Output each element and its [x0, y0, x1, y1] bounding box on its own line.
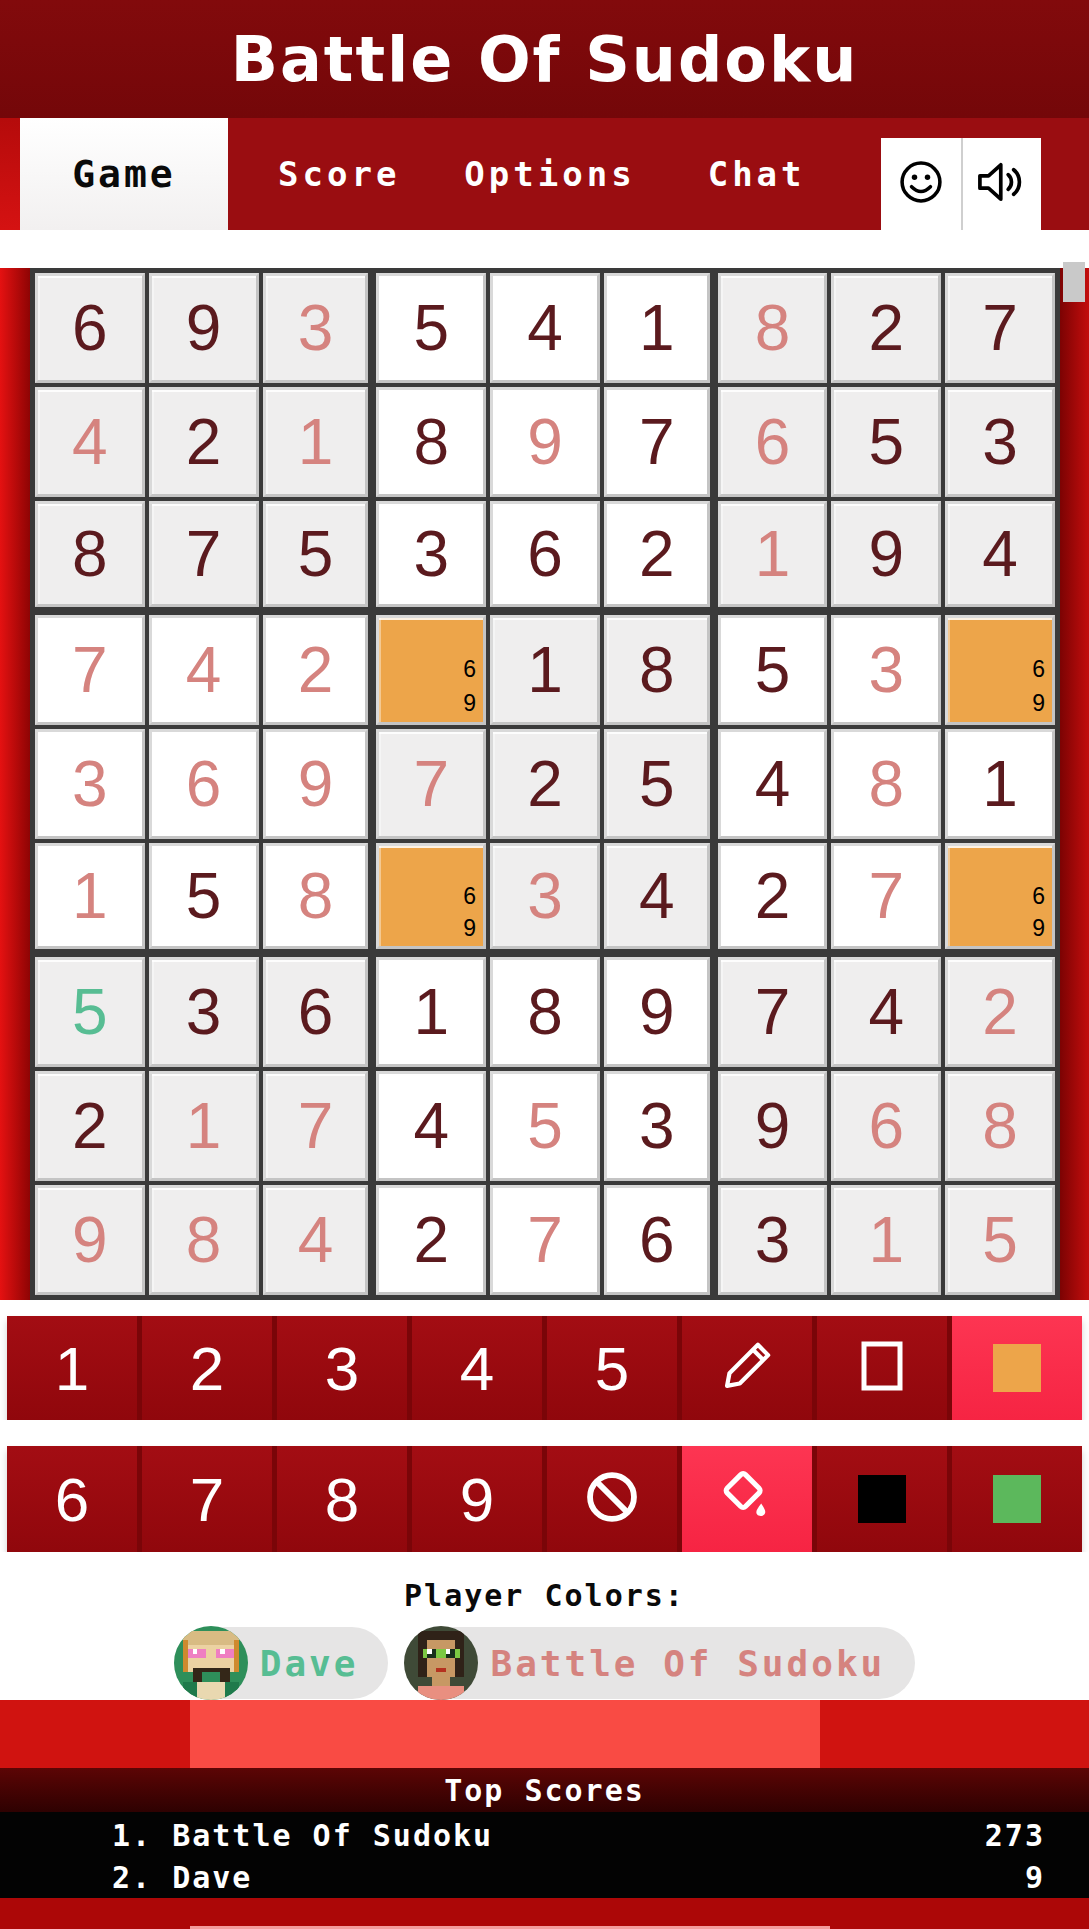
cell-digit: 5 [755, 638, 791, 702]
sudoku-cell-r2c4[interactable]: 8 [376, 387, 486, 497]
cell-digit: 5 [639, 752, 675, 816]
sudoku-cell-r8c6[interactable]: 3 [604, 1071, 710, 1181]
cell-digit: 7 [72, 638, 108, 702]
sudoku-cell-r2c7[interactable]: 6 [718, 387, 828, 497]
cell-digit: 5 [982, 1208, 1018, 1272]
pencil-note-6: 6 [1017, 653, 1050, 686]
cell-slot: 8 [263, 843, 373, 953]
cell-slot: 4 [831, 957, 941, 1067]
cell-digit: 8 [527, 980, 563, 1044]
square-outline-icon [859, 1339, 905, 1397]
cell-slot: 7 [35, 615, 145, 725]
cell-slot: 4 [604, 843, 714, 953]
cell-digit: 9 [527, 410, 563, 474]
cell-slot: 4 [718, 729, 828, 839]
cell-digit: 7 [639, 410, 675, 474]
cell-slot: 69 [945, 615, 1055, 725]
sudoku-cell-r9c4[interactable]: 2 [376, 1185, 486, 1295]
app-header: Battle Of Sudoku [0, 0, 1089, 118]
cell-slot: 8 [35, 501, 145, 611]
cell-slot: 9 [490, 387, 600, 497]
cell-slot: 7 [945, 273, 1055, 383]
pencil-note-6: 6 [448, 653, 481, 686]
sudoku-cell-r7c6[interactable]: 9 [604, 957, 710, 1067]
pencil-note-9: 9 [1017, 687, 1050, 720]
sudoku-cell-r3c8[interactable]: 9 [831, 501, 941, 607]
cell-slot: 8 [831, 729, 941, 839]
cell-digit: 1 [72, 864, 108, 928]
pencil-notes: 69 [950, 620, 1050, 720]
cell-slot: 9 [149, 273, 259, 383]
cell-digit: 2 [298, 638, 334, 702]
sudoku-cell-r9c6[interactable]: 6 [604, 1185, 710, 1295]
pencil-note-9: 9 [448, 687, 481, 720]
sudoku-cell-r7c7[interactable]: 7 [718, 957, 828, 1067]
sudoku-cell-r3c3[interactable]: 5 [263, 501, 369, 607]
cell-digit: 5 [869, 410, 905, 474]
score-value: 9 [1025, 1860, 1045, 1895]
cell-slot: 6 [604, 1185, 714, 1295]
pencil-icon [718, 1337, 776, 1399]
cell-slot: 8 [149, 1185, 259, 1295]
cell-digit: 9 [186, 296, 222, 360]
cell-slot: 5 [490, 1071, 600, 1181]
cell-slot: 8 [718, 273, 828, 383]
cell-slot: 2 [831, 273, 941, 383]
cell-slot: 3 [718, 1185, 828, 1295]
numpad-digit-4[interactable]: 4 [412, 1316, 542, 1420]
sudoku-cell-r9c8[interactable]: 1 [831, 1185, 941, 1295]
numpad-digit-label: 4 [460, 1333, 494, 1404]
numpad-digit-label: 1 [55, 1333, 89, 1404]
cell-digit: 1 [982, 752, 1018, 816]
cell-digit: 4 [72, 410, 108, 474]
numpad-digit-5[interactable]: 5 [547, 1316, 677, 1420]
numpad-digit-9[interactable]: 9 [412, 1446, 542, 1552]
cell-digit: 8 [186, 1208, 222, 1272]
sudoku-cell-r9c7[interactable]: 3 [718, 1185, 828, 1295]
cell-slot: 7 [604, 387, 714, 497]
cell-digit: 3 [298, 296, 334, 360]
cell-slot: 5 [376, 273, 486, 383]
cell-digit: 5 [527, 1094, 563, 1158]
numpad-digit-3[interactable]: 3 [277, 1316, 407, 1420]
sudoku-cell-r6c1[interactable]: 1 [35, 843, 145, 949]
sudoku-cell-r1c5[interactable]: 4 [490, 273, 600, 383]
sudoku-cell-r8c9[interactable]: 8 [945, 1071, 1055, 1181]
numpad-orange-swatch-button[interactable] [952, 1316, 1082, 1420]
sudoku-cell-r9c2[interactable]: 8 [149, 1185, 259, 1295]
cell-digit: 7 [755, 980, 791, 1044]
cell-slot: 3 [263, 273, 373, 383]
cell-slot: 4 [35, 387, 145, 497]
cell-digit: 3 [869, 638, 905, 702]
sudoku-cell-r6c7[interactable]: 2 [718, 843, 828, 949]
sudoku-cell-r4c1[interactable]: 7 [35, 615, 145, 725]
sudoku-cell-r1c4[interactable]: 5 [376, 273, 486, 383]
cell-slot: 1 [718, 501, 828, 611]
sudoku-cell-r1c6[interactable]: 1 [604, 273, 710, 383]
numpad-digit-label: 7 [190, 1464, 224, 1535]
cell-slot: 3 [945, 387, 1055, 497]
cell-digit: 5 [413, 296, 449, 360]
score-player: 2. Dave [112, 1860, 252, 1895]
numpad-digit-7[interactable]: 7 [142, 1446, 272, 1552]
sudoku-cell-r5c1[interactable]: 3 [35, 729, 145, 839]
sudoku-cell-r9c9[interactable]: 5 [945, 1185, 1055, 1295]
cell-digit: 4 [639, 864, 675, 928]
numpad-row-1: 12345 [7, 1316, 1082, 1420]
cell-digit: 3 [413, 522, 449, 586]
sudoku-cell-r5c2[interactable]: 6 [149, 729, 259, 839]
smiley-icon [895, 156, 947, 212]
cell-digit: 2 [869, 296, 905, 360]
cell-slot: 8 [376, 387, 486, 497]
sudoku-cell-r1c8[interactable]: 2 [831, 273, 941, 383]
cell-slot: 5 [35, 957, 145, 1067]
cell-slot: 8 [490, 957, 600, 1067]
cell-slot: 8 [945, 1071, 1055, 1181]
sudoku-cell-r2c8[interactable]: 5 [831, 387, 941, 497]
pencil-notes: 69 [950, 848, 1050, 944]
cell-slot: 69 [376, 615, 486, 725]
sudoku-cell-r8c8[interactable]: 6 [831, 1071, 941, 1181]
cell-slot: 6 [718, 387, 828, 497]
cell-slot: 5 [149, 843, 259, 953]
numpad-digit-label: 5 [595, 1333, 629, 1404]
cell-slot: 1 [604, 273, 714, 383]
cell-digit: 2 [413, 1208, 449, 1272]
sudoku-cell-r5c6[interactable]: 5 [604, 729, 710, 839]
cell-slot: 69 [376, 843, 486, 953]
cell-digit: 6 [72, 296, 108, 360]
sudoku-cell-r7c9[interactable]: 2 [945, 957, 1055, 1067]
cell-slot: 5 [263, 501, 373, 611]
cell-slot: 7 [718, 957, 828, 1067]
top-scores-list: 1. Battle Of Sudoku2732. Dave9 [0, 1812, 1089, 1898]
sudoku-cell-r9c1[interactable]: 9 [35, 1185, 145, 1295]
numpad-square-outline-button[interactable] [817, 1316, 947, 1420]
cell-slot: 7 [263, 1071, 373, 1181]
sudoku-cell-r6c3[interactable]: 8 [263, 843, 369, 949]
cell-digit: 7 [186, 522, 222, 586]
player-name: Dave [260, 1643, 359, 1684]
numpad-pencil-button[interactable] [682, 1316, 812, 1420]
cell-slot: 6 [263, 957, 373, 1067]
player-avatar [174, 1626, 248, 1700]
sudoku-cell-r5c5[interactable]: 2 [490, 729, 600, 839]
cell-digit: 7 [527, 1208, 563, 1272]
numpad-digit-label: 9 [460, 1464, 494, 1535]
scrollbar-thumb[interactable] [1063, 262, 1085, 302]
cell-digit: 8 [982, 1094, 1018, 1158]
cell-digit: 5 [72, 980, 108, 1044]
cell-digit: 8 [869, 752, 905, 816]
sudoku-cell-r6c9[interactable]: 69 [945, 843, 1055, 949]
numpad-digit-8[interactable]: 8 [277, 1446, 407, 1552]
orange-swatch [993, 1344, 1041, 1392]
cell-digit: 9 [755, 1094, 791, 1158]
green-swatch [993, 1475, 1041, 1523]
numpad-digit-6[interactable]: 6 [7, 1446, 137, 1552]
cell-slot: 9 [831, 501, 941, 611]
cell-digit: 1 [755, 522, 791, 586]
cell-slot: 1 [263, 387, 373, 497]
sudoku-cell-r2c5[interactable]: 9 [490, 387, 600, 497]
player-colors-section: Player Colors: DaveBattle Of Sudoku [0, 1552, 1089, 1700]
left-red-strip [0, 268, 30, 1300]
cell-slot: 2 [149, 387, 259, 497]
battle-of-sudoku-app: Battle Of Sudoku Game Score Options Chat [0, 0, 1089, 1929]
sudoku-cell-r8c3[interactable]: 7 [263, 1071, 369, 1181]
cell-slot: 1 [149, 1071, 259, 1181]
sudoku-cell-r1c9[interactable]: 7 [945, 273, 1055, 383]
cell-digit: 6 [639, 1208, 675, 1272]
tab-bar-left-edge [0, 118, 20, 230]
cell-digit: 1 [186, 1094, 222, 1158]
sudoku-cell-r2c6[interactable]: 7 [604, 387, 710, 497]
player-chip-1: Dave [174, 1627, 389, 1699]
cell-slot: 2 [718, 843, 828, 953]
tab-score[interactable]: Score [250, 118, 428, 230]
right-red-strip [1060, 268, 1089, 1300]
sudoku-cell-r7c1[interactable]: 5 [35, 957, 145, 1067]
player-name: Battle Of Sudoku [490, 1643, 885, 1684]
sudoku-cell-r1c3[interactable]: 3 [263, 273, 369, 383]
cell-slot: 3 [831, 615, 941, 725]
sudoku-cell-r3c7[interactable]: 1 [718, 501, 828, 607]
sudoku-cell-r3c5[interactable]: 6 [490, 501, 600, 607]
numpad-row-2: 6789 [7, 1446, 1082, 1552]
sudoku-cell-r4c5[interactable]: 1 [490, 615, 600, 725]
cell-digit: 7 [982, 296, 1018, 360]
tab-options[interactable]: Options [436, 118, 663, 230]
cell-slot: 1 [831, 1185, 941, 1295]
cell-digit: 3 [639, 1094, 675, 1158]
sudoku-cell-r6c2[interactable]: 5 [149, 843, 259, 949]
cell-slot: 1 [945, 729, 1055, 839]
sudoku-cell-r6c4[interactable]: 69 [376, 843, 486, 949]
cell-slot: 4 [149, 615, 259, 725]
sudoku-cell-r5c7[interactable]: 4 [718, 729, 828, 839]
sudoku-cell-r8c5[interactable]: 5 [490, 1071, 600, 1181]
player-chip-2: Battle Of Sudoku [404, 1627, 915, 1699]
red-band [0, 1700, 1089, 1768]
player-chips: DaveBattle Of Sudoku [0, 1627, 1089, 1699]
tab-game[interactable]: Game [20, 118, 228, 230]
cell-digit: 3 [755, 1208, 791, 1272]
cell-digit: 8 [639, 638, 675, 702]
sudoku-cell-r3c9[interactable]: 4 [945, 501, 1055, 607]
emote-button[interactable] [881, 138, 961, 230]
cell-digit: 1 [298, 410, 334, 474]
sudoku-cell-r8c4[interactable]: 4 [376, 1071, 486, 1181]
cell-slot: 4 [490, 273, 600, 383]
cell-slot: 3 [149, 957, 259, 1067]
sudoku-cell-r8c1[interactable]: 2 [35, 1071, 145, 1181]
cell-digit: 4 [869, 980, 905, 1044]
player-colors-label: Player Colors: [0, 1578, 1089, 1613]
sound-button[interactable] [961, 138, 1041, 230]
sudoku-cell-r2c3[interactable]: 1 [263, 387, 369, 497]
toolbar-buttons [881, 138, 1041, 230]
sudoku-cell-r7c8[interactable]: 4 [831, 957, 941, 1067]
cell-slot: 2 [604, 501, 714, 611]
cell-digit: 5 [298, 522, 334, 586]
paint-bucket-icon [716, 1466, 778, 1532]
cell-digit: 8 [72, 522, 108, 586]
sudoku-cell-r1c7[interactable]: 8 [718, 273, 828, 383]
cell-digit: 3 [982, 410, 1018, 474]
numpad-green-swatch-button[interactable] [952, 1446, 1082, 1552]
cell-digit: 9 [298, 752, 334, 816]
cell-slot: 9 [718, 1071, 828, 1181]
cell-slot: 7 [490, 1185, 600, 1295]
numpad-paint-bucket-button[interactable] [682, 1446, 812, 1552]
cell-slot: 9 [35, 1185, 145, 1295]
cell-digit: 7 [298, 1094, 334, 1158]
cell-digit: 8 [413, 410, 449, 474]
score-player: 1. Battle Of Sudoku [112, 1818, 493, 1853]
player-avatar [404, 1626, 478, 1700]
sudoku-cell-r3c6[interactable]: 2 [604, 501, 710, 607]
cell-slot: 9 [604, 957, 714, 1067]
cell-digit: 6 [527, 522, 563, 586]
sudoku-cell-r6c6[interactable]: 4 [604, 843, 710, 949]
cell-slot: 1 [35, 843, 145, 953]
speaker-icon [975, 159, 1029, 209]
red-band-highlight [190, 1700, 820, 1768]
cell-digit: 9 [72, 1208, 108, 1272]
sudoku-cell-r3c2[interactable]: 7 [149, 501, 259, 607]
sudoku-cell-r5c8[interactable]: 8 [831, 729, 941, 839]
sudoku-cell-r8c7[interactable]: 9 [718, 1071, 828, 1181]
cell-digit: 2 [639, 522, 675, 586]
top-scores-header: Top Scores [0, 1768, 1089, 1812]
cell-slot: 1 [376, 957, 486, 1067]
sudoku-cell-r4c3[interactable]: 2 [263, 615, 369, 725]
cell-slot: 2 [490, 729, 600, 839]
cell-digit: 2 [755, 864, 791, 928]
cell-slot: 3 [604, 1071, 714, 1181]
cell-slot: 3 [376, 501, 486, 611]
sudoku-cell-r4c9[interactable]: 69 [945, 615, 1055, 725]
cell-digit: 7 [413, 752, 449, 816]
sudoku-cell-r7c5[interactable]: 8 [490, 957, 600, 1067]
cell-slot: 6 [490, 501, 600, 611]
cell-digit: 8 [298, 864, 334, 928]
sudoku-cell-r1c1[interactable]: 6 [35, 273, 145, 383]
cell-digit: 4 [413, 1094, 449, 1158]
cell-digit: 4 [298, 1208, 334, 1272]
sudoku-cell-r9c5[interactable]: 7 [490, 1185, 600, 1295]
sudoku-cell-r4c2[interactable]: 4 [149, 615, 259, 725]
black-swatch [858, 1475, 906, 1523]
score-row: 1. Battle Of Sudoku273 [0, 1814, 1089, 1856]
cell-digit: 4 [755, 752, 791, 816]
sudoku-cell-r4c8[interactable]: 3 [831, 615, 941, 725]
numpad-digit-1[interactable]: 1 [7, 1316, 137, 1420]
cell-slot: 1 [490, 615, 600, 725]
pencil-note-6: 6 [1017, 880, 1050, 912]
sudoku-cell-r3c4[interactable]: 3 [376, 501, 486, 607]
footer-band [0, 1898, 1089, 1929]
sudoku-cell-r5c4[interactable]: 7 [376, 729, 486, 839]
sudoku-cell-r4c4[interactable]: 69 [376, 615, 486, 725]
cell-slot: 4 [376, 1071, 486, 1181]
pencil-note-9: 9 [1017, 912, 1050, 944]
cell-digit: 5 [186, 864, 222, 928]
sudoku-cell-r1c2[interactable]: 9 [149, 273, 259, 383]
cell-digit: 6 [186, 752, 222, 816]
pencil-note-6: 6 [448, 880, 481, 912]
sudoku-cell-r4c6[interactable]: 8 [604, 615, 710, 725]
sudoku-cell-r9c3[interactable]: 4 [263, 1185, 369, 1295]
pencil-note-9: 9 [448, 912, 481, 944]
tab-chat[interactable]: Chat [680, 118, 834, 230]
cell-slot: 3 [35, 729, 145, 839]
cell-digit: 2 [186, 410, 222, 474]
cell-slot: 8 [604, 615, 714, 725]
cell-digit: 6 [869, 1094, 905, 1158]
cell-slot: 6 [35, 273, 145, 383]
cell-digit: 4 [982, 522, 1018, 586]
cell-slot: 2 [945, 957, 1055, 1067]
sudoku-cell-r4c7[interactable]: 5 [718, 615, 828, 725]
sudoku-cell-r2c1[interactable]: 4 [35, 387, 145, 497]
numpad-black-swatch-button[interactable] [817, 1446, 947, 1552]
numpad-no-entry-button[interactable] [547, 1446, 677, 1552]
score-value: 273 [985, 1818, 1045, 1853]
cell-slot: 6 [831, 1071, 941, 1181]
cell-slot: 5 [831, 387, 941, 497]
sudoku-cell-r7c4[interactable]: 1 [376, 957, 486, 1067]
sudoku-cell-r6c5[interactable]: 3 [490, 843, 600, 949]
sudoku-cell-r7c3[interactable]: 6 [263, 957, 369, 1067]
numpad-digit-label: 8 [325, 1464, 359, 1535]
sudoku-cell-r5c3[interactable]: 9 [263, 729, 369, 839]
cell-digit: 3 [527, 864, 563, 928]
sudoku-cell-r8c2[interactable]: 1 [149, 1071, 259, 1181]
cell-slot: 3 [490, 843, 600, 953]
cell-slot: 69 [945, 843, 1055, 953]
cell-slot: 2 [263, 615, 373, 725]
sudoku-cell-r2c2[interactable]: 2 [149, 387, 259, 497]
cell-digit: 7 [869, 864, 905, 928]
cell-digit: 2 [527, 752, 563, 816]
cell-digit: 3 [72, 752, 108, 816]
sudoku-cell-r7c2[interactable]: 3 [149, 957, 259, 1067]
cell-digit: 1 [869, 1208, 905, 1272]
numpad-digit-label: 2 [190, 1333, 224, 1404]
sudoku-cell-r6c8[interactable]: 7 [831, 843, 941, 949]
spacer [0, 1300, 1089, 1316]
cell-slot: 2 [376, 1185, 486, 1295]
cell-slot: 4 [263, 1185, 373, 1295]
cell-digit: 9 [639, 980, 675, 1044]
sudoku-cell-r2c9[interactable]: 3 [945, 387, 1055, 497]
cell-digit: 1 [413, 980, 449, 1044]
cell-digit: 2 [982, 980, 1018, 1044]
cell-digit: 8 [755, 296, 791, 360]
numpad-digit-2[interactable]: 2 [142, 1316, 272, 1420]
cell-slot: 7 [376, 729, 486, 839]
page-title: Battle Of Sudoku [231, 23, 859, 96]
sudoku-cell-r5c9[interactable]: 1 [945, 729, 1055, 839]
spacer [0, 1420, 1089, 1446]
sudoku-cell-r3c1[interactable]: 8 [35, 501, 145, 607]
sudoku-board: 6935418274218976538753621947426918536936… [30, 268, 1060, 1300]
